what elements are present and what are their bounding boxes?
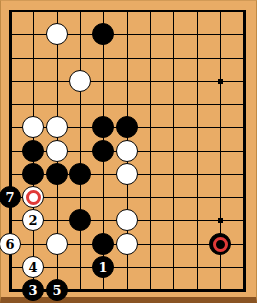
black-stone [69, 209, 91, 231]
red-circle-marker [213, 237, 228, 252]
black-stone: 7 [0, 186, 21, 208]
white-stone [46, 23, 68, 45]
white-stone: 4 [22, 256, 44, 278]
white-stone [46, 116, 68, 138]
red-circle-marker [26, 190, 41, 205]
white-stone: 2 [22, 209, 44, 231]
white-stone: 6 [0, 233, 21, 255]
grid-line-horizontal [9, 104, 246, 105]
grid-line-horizontal [9, 81, 246, 82]
white-stone [46, 140, 68, 162]
move-number-label: 4 [28, 261, 37, 274]
move-number-label: 6 [5, 238, 14, 251]
move-number-label: 3 [28, 284, 37, 297]
board-bottom-edge-line [9, 289, 246, 292]
grid-line-horizontal [9, 267, 246, 268]
black-stone [92, 140, 114, 162]
grid-line-horizontal [9, 197, 246, 198]
white-stone [116, 233, 138, 255]
grid-line-horizontal [9, 10, 246, 12]
white-stone [116, 209, 138, 231]
black-stone: 5 [46, 279, 68, 301]
star-point [218, 218, 223, 223]
white-stone [46, 233, 68, 255]
go-diagram-frame: 7264135 [0, 0, 257, 303]
black-stone [92, 23, 114, 45]
move-number-label: 2 [28, 214, 37, 227]
move-number-label: 1 [98, 261, 107, 274]
white-stone [116, 140, 138, 162]
black-stone: 3 [22, 279, 44, 301]
white-stone [22, 116, 44, 138]
black-stone [116, 116, 138, 138]
black-stone: 1 [92, 256, 114, 278]
grid-line-horizontal [9, 58, 246, 59]
white-stone [116, 163, 138, 185]
grid-line-horizontal [9, 34, 246, 35]
black-stone [22, 163, 44, 185]
black-stone [46, 163, 68, 185]
black-stone [92, 116, 114, 138]
move-number-label: 5 [52, 284, 61, 297]
white-stone [69, 70, 91, 92]
black-stone [92, 233, 114, 255]
move-number-label: 7 [5, 191, 14, 204]
star-point [218, 79, 223, 84]
black-stone [69, 163, 91, 185]
black-stone [22, 140, 44, 162]
